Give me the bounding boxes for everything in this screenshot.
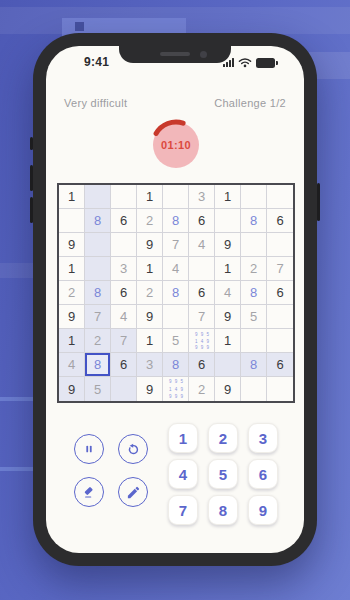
cell-r1c1[interactable]: 1 bbox=[59, 185, 85, 209]
cell-r2c7[interactable] bbox=[215, 209, 241, 233]
cell-r4c7[interactable]: 1 bbox=[215, 257, 241, 281]
cell-r1c8[interactable] bbox=[241, 185, 267, 209]
cell-r6c8[interactable]: 5 bbox=[241, 305, 267, 329]
cell-r5c3[interactable]: 6 bbox=[111, 281, 137, 305]
cell-r7c1[interactable]: 1 bbox=[59, 329, 85, 353]
cell-r6c4[interactable]: 9 bbox=[137, 305, 163, 329]
cell-r8c3[interactable]: 6 bbox=[111, 353, 137, 377]
wifi-icon bbox=[238, 57, 252, 68]
cell-r2c8[interactable]: 8 bbox=[241, 209, 267, 233]
background-dot bbox=[75, 22, 84, 31]
speaker-slot bbox=[160, 52, 190, 56]
sudoku-grid: 1131862868699749131412728628648697497951… bbox=[59, 185, 293, 401]
cell-r3c4[interactable]: 9 bbox=[137, 233, 163, 257]
cell-r4c3[interactable]: 3 bbox=[111, 257, 137, 281]
cell-r5c2[interactable]: 8 bbox=[85, 281, 111, 305]
numpad-1[interactable]: 1 bbox=[168, 423, 198, 453]
numpad: 123456789 bbox=[168, 423, 278, 525]
cell-r3c3[interactable] bbox=[111, 233, 137, 257]
cell-r9c6[interactable]: 2 bbox=[189, 377, 215, 401]
volume-up-button bbox=[30, 165, 33, 191]
cell-r3c7[interactable]: 9 bbox=[215, 233, 241, 257]
cell-r7c5[interactable]: 5 bbox=[163, 329, 189, 353]
cell-r1c3[interactable] bbox=[111, 185, 137, 209]
volume-down-button bbox=[30, 197, 33, 223]
cell-r7c2[interactable]: 2 bbox=[85, 329, 111, 353]
cell-r5c6[interactable]: 6 bbox=[189, 281, 215, 305]
sudoku-board: 1131862868699749131412728628648697497951… bbox=[57, 183, 295, 403]
cell-r2c5[interactable]: 8 bbox=[163, 209, 189, 233]
status-icons bbox=[223, 57, 275, 68]
cell-r4c9[interactable]: 7 bbox=[267, 257, 293, 281]
cell-r3c2[interactable] bbox=[85, 233, 111, 257]
cell-r1c4[interactable]: 1 bbox=[137, 185, 163, 209]
phone-notch bbox=[119, 46, 231, 63]
cell-r7c8[interactable] bbox=[241, 329, 267, 353]
cell-r7c7[interactable]: 1 bbox=[215, 329, 241, 353]
cell-r5c8[interactable]: 8 bbox=[241, 281, 267, 305]
cell-r5c7[interactable]: 4 bbox=[215, 281, 241, 305]
numpad-8[interactable]: 8 bbox=[208, 495, 238, 525]
cell-r3c1[interactable]: 9 bbox=[59, 233, 85, 257]
cell-r4c6[interactable] bbox=[189, 257, 215, 281]
cell-r1c6[interactable]: 3 bbox=[189, 185, 215, 209]
cell-r2c1[interactable] bbox=[59, 209, 85, 233]
cell-r9c2[interactable]: 5 bbox=[85, 377, 111, 401]
cell-r4c8[interactable]: 2 bbox=[241, 257, 267, 281]
numpad-7[interactable]: 7 bbox=[168, 495, 198, 525]
cell-r9c5[interactable]: 9 9 51 4 99 9 9 bbox=[163, 377, 189, 401]
cell-r7c4[interactable]: 1 bbox=[137, 329, 163, 353]
status-time: 9:41 bbox=[84, 55, 109, 69]
numpad-6[interactable]: 6 bbox=[248, 459, 278, 489]
cell-r2c3[interactable]: 6 bbox=[111, 209, 137, 233]
pause-icon bbox=[81, 441, 97, 457]
cell-r9c9[interactable] bbox=[267, 377, 293, 401]
phone-frame: 9:41 Very difficult Challenge 1/2 01:10 … bbox=[33, 33, 317, 566]
timer-value: 01:10 bbox=[149, 118, 203, 172]
cell-r3c9[interactable] bbox=[267, 233, 293, 257]
cell-r8c1[interactable]: 4 bbox=[59, 353, 85, 377]
cell-r1c9[interactable] bbox=[267, 185, 293, 209]
cell-r6c9[interactable] bbox=[267, 305, 293, 329]
cell-r7c3[interactable]: 7 bbox=[111, 329, 137, 353]
eraser-icon bbox=[81, 484, 97, 500]
difficulty-label: Very difficult bbox=[64, 97, 127, 109]
signal-icon bbox=[223, 58, 234, 67]
cell-r5c9[interactable]: 6 bbox=[267, 281, 293, 305]
cell-r4c2[interactable] bbox=[85, 257, 111, 281]
numpad-9[interactable]: 9 bbox=[248, 495, 278, 525]
cell-r9c1[interactable]: 9 bbox=[59, 377, 85, 401]
app-screen: 9:41 Very difficult Challenge 1/2 01:10 … bbox=[46, 46, 304, 553]
numpad-3[interactable]: 3 bbox=[248, 423, 278, 453]
cell-r6c6[interactable]: 7 bbox=[189, 305, 215, 329]
cell-r6c5[interactable] bbox=[163, 305, 189, 329]
cell-r3c8[interactable] bbox=[241, 233, 267, 257]
cell-r9c8[interactable] bbox=[241, 377, 267, 401]
battery-icon bbox=[256, 58, 275, 68]
cell-r8c2[interactable]: 8 bbox=[85, 353, 111, 377]
cell-r8c8[interactable]: 8 bbox=[241, 353, 267, 377]
pencil-button[interactable] bbox=[118, 477, 148, 507]
cell-r3c5[interactable]: 7 bbox=[163, 233, 189, 257]
cell-r5c4[interactable]: 2 bbox=[137, 281, 163, 305]
cell-r2c4[interactable]: 2 bbox=[137, 209, 163, 233]
cell-r2c6[interactable]: 6 bbox=[189, 209, 215, 233]
cell-r6c2[interactable]: 7 bbox=[85, 305, 111, 329]
cell-r8c5[interactable]: 8 bbox=[163, 353, 189, 377]
eraser-button[interactable] bbox=[74, 477, 104, 507]
cell-r5c5[interactable]: 8 bbox=[163, 281, 189, 305]
timer: 01:10 bbox=[149, 118, 203, 172]
mute-switch bbox=[30, 137, 33, 150]
cell-r5c1[interactable]: 2 bbox=[59, 281, 85, 305]
cell-r7c6[interactable]: 9 9 51 4 99 9 9 bbox=[189, 329, 215, 353]
cell-r9c4[interactable]: 9 bbox=[137, 377, 163, 401]
numpad-2[interactable]: 2 bbox=[208, 423, 238, 453]
power-button bbox=[317, 183, 320, 221]
pencil-notes: 9 9 51 4 99 9 9 bbox=[163, 377, 188, 401]
cell-r9c7[interactable]: 9 bbox=[215, 377, 241, 401]
undo-button[interactable] bbox=[118, 434, 148, 464]
cell-r1c2[interactable] bbox=[85, 185, 111, 209]
cell-r8c4[interactable]: 3 bbox=[137, 353, 163, 377]
cell-r2c2[interactable]: 8 bbox=[85, 209, 111, 233]
cell-r6c7[interactable]: 9 bbox=[215, 305, 241, 329]
cell-r8c6[interactable]: 6 bbox=[189, 353, 215, 377]
pause-button[interactable] bbox=[74, 434, 104, 464]
cell-r7c9[interactable] bbox=[267, 329, 293, 353]
cell-r9c3[interactable] bbox=[111, 377, 137, 401]
cell-r1c7[interactable]: 1 bbox=[215, 185, 241, 209]
pencil-icon bbox=[126, 485, 141, 500]
pencil-notes: 9 9 51 4 99 9 9 bbox=[189, 329, 214, 352]
camera-dot bbox=[200, 51, 207, 58]
cell-r6c1[interactable]: 9 bbox=[59, 305, 85, 329]
cell-r3c6[interactable]: 4 bbox=[189, 233, 215, 257]
cell-r1c5[interactable] bbox=[163, 185, 189, 209]
cell-r8c9[interactable]: 6 bbox=[267, 353, 293, 377]
numpad-4[interactable]: 4 bbox=[168, 459, 198, 489]
cell-r6c3[interactable]: 4 bbox=[111, 305, 137, 329]
numpad-5[interactable]: 5 bbox=[208, 459, 238, 489]
challenge-label: Challenge 1/2 bbox=[214, 97, 286, 109]
undo-icon bbox=[125, 441, 142, 458]
cell-r4c4[interactable]: 1 bbox=[137, 257, 163, 281]
cell-r4c5[interactable]: 4 bbox=[163, 257, 189, 281]
cell-r2c9[interactable]: 6 bbox=[267, 209, 293, 233]
cell-r4c1[interactable]: 1 bbox=[59, 257, 85, 281]
cell-r8c7[interactable] bbox=[215, 353, 241, 377]
